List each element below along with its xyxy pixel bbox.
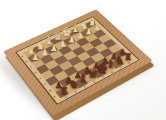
black-knight-piece: ♞ xyxy=(69,79,79,90)
chess-board: 12345678 abcdefgh ♜♞♝♛♚♝♞♜♟♟♟♟♟♟♟♟♟♟♟♟♟♟… xyxy=(3,9,153,116)
white-pawn-piece: ♟ xyxy=(41,48,49,56)
white-pawn-piece: ♟ xyxy=(32,52,40,60)
white-pawn-piece: ♟ xyxy=(76,32,83,40)
white-pawn-piece: ♟ xyxy=(85,28,92,36)
black-rook-piece: ♜ xyxy=(123,52,132,61)
photo-background: 12345678 abcdefgh ♜♞♝♛♚♝♞♜♟♟♟♟♟♟♟♟♟♟♟♟♟♟… xyxy=(0,0,166,120)
white-pawn-piece: ♟ xyxy=(59,40,66,48)
board-frame: 12345678 abcdefgh ♜♞♝♛♚♝♞♜♟♟♟♟♟♟♟♟♟♟♟♟♟♟… xyxy=(3,9,153,116)
white-pawn-piece: ♟ xyxy=(93,24,100,32)
black-rook-piece: ♜ xyxy=(60,85,69,95)
white-pawn-piece: ♟ xyxy=(50,44,58,52)
black-queen-piece: ♛ xyxy=(87,68,98,80)
white-pawn-piece: ♟ xyxy=(68,36,75,44)
black-knight-piece: ♞ xyxy=(114,56,124,66)
black-bishop-piece: ♝ xyxy=(78,74,89,85)
